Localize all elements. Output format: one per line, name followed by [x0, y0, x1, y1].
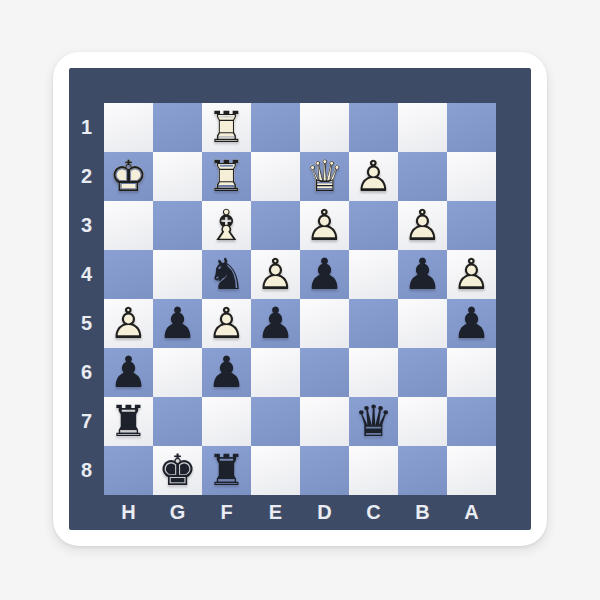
piece-bR-f8[interactable]: ♜ — [202, 446, 251, 495]
white-piece-outline-glyph: ♖ — [202, 152, 251, 201]
square-h4[interactable] — [104, 250, 153, 299]
piece-bP-e5[interactable]: ♟ — [251, 299, 300, 348]
square-g2[interactable] — [153, 152, 202, 201]
square-g5[interactable]: ♟ — [153, 299, 202, 348]
square-c6[interactable] — [349, 348, 398, 397]
file-label-h: H — [104, 495, 153, 530]
file-label-g: G — [153, 495, 202, 530]
white-piece-outline-glyph: ♖ — [202, 103, 251, 152]
piece-wP-d3[interactable]: ♟♙ — [300, 201, 349, 250]
square-g3[interactable] — [153, 201, 202, 250]
square-b2[interactable] — [398, 152, 447, 201]
square-f6[interactable]: ♟ — [202, 348, 251, 397]
piece-bP-b4[interactable]: ♟ — [398, 250, 447, 299]
square-c7[interactable]: ♛ — [349, 397, 398, 446]
square-c8[interactable] — [349, 446, 398, 495]
piece-bR-h7[interactable]: ♜ — [104, 397, 153, 446]
square-h8[interactable] — [104, 446, 153, 495]
rank-labels: 12345678 — [69, 103, 104, 495]
square-h7[interactable]: ♜ — [104, 397, 153, 446]
square-h3[interactable] — [104, 201, 153, 250]
square-a1[interactable] — [447, 103, 496, 152]
rank-label-7: 7 — [69, 397, 104, 446]
file-label-b: B — [398, 495, 447, 530]
piece-bP-g5[interactable]: ♟ — [153, 299, 202, 348]
rank-label-6: 6 — [69, 348, 104, 397]
square-g1[interactable] — [153, 103, 202, 152]
square-d8[interactable] — [300, 446, 349, 495]
square-f5[interactable]: ♟♙ — [202, 299, 251, 348]
square-d2[interactable]: ♛♕ — [300, 152, 349, 201]
square-g7[interactable] — [153, 397, 202, 446]
square-e1[interactable] — [251, 103, 300, 152]
square-a8[interactable] — [447, 446, 496, 495]
square-a4[interactable]: ♟♙ — [447, 250, 496, 299]
white-piece-outline-glyph: ♗ — [202, 201, 251, 250]
file-labels: HGFEDCBA — [104, 495, 496, 530]
piece-wP-h5[interactable]: ♟♙ — [104, 299, 153, 348]
square-a7[interactable] — [447, 397, 496, 446]
square-d5[interactable] — [300, 299, 349, 348]
square-f8[interactable]: ♜ — [202, 446, 251, 495]
rank-label-8: 8 — [69, 446, 104, 495]
square-c5[interactable] — [349, 299, 398, 348]
square-e2[interactable] — [251, 152, 300, 201]
sticker-card: 12345678 ♜♖♚♔♜♖♛♕♟♙♝♗♟♙♟♙♞♟♙♟♟♟♙♟♙♟♟♙♟♟♟… — [53, 52, 547, 546]
piece-wP-a4[interactable]: ♟♙ — [447, 250, 496, 299]
piece-wP-b3[interactable]: ♟♙ — [398, 201, 447, 250]
square-h5[interactable]: ♟♙ — [104, 299, 153, 348]
square-f2[interactable]: ♜♖ — [202, 152, 251, 201]
file-label-f: F — [202, 495, 251, 530]
square-f7[interactable] — [202, 397, 251, 446]
white-piece-outline-glyph: ♙ — [398, 201, 447, 250]
piece-wR-f1[interactable]: ♜♖ — [202, 103, 251, 152]
black-piece-glyph: ♟ — [398, 250, 447, 299]
square-b6[interactable] — [398, 348, 447, 397]
square-e6[interactable] — [251, 348, 300, 397]
black-piece-glyph: ♟ — [300, 250, 349, 299]
piece-bP-h6[interactable]: ♟ — [104, 348, 153, 397]
piece-wK-h2[interactable]: ♚♔ — [104, 152, 153, 201]
black-piece-glyph: ♟ — [202, 348, 251, 397]
white-piece-outline-glyph: ♙ — [447, 250, 496, 299]
square-f1[interactable]: ♜♖ — [202, 103, 251, 152]
square-b4[interactable]: ♟ — [398, 250, 447, 299]
white-piece-outline-glyph: ♔ — [104, 152, 153, 201]
square-g8[interactable]: ♚ — [153, 446, 202, 495]
black-piece-glyph: ♟ — [104, 348, 153, 397]
square-b7[interactable] — [398, 397, 447, 446]
square-d1[interactable] — [300, 103, 349, 152]
square-e7[interactable] — [251, 397, 300, 446]
black-piece-glyph: ♟ — [251, 299, 300, 348]
piece-bQ-c7[interactable]: ♛ — [349, 397, 398, 446]
square-a6[interactable] — [447, 348, 496, 397]
white-piece-outline-glyph: ♙ — [104, 299, 153, 348]
piece-wP-f5[interactable]: ♟♙ — [202, 299, 251, 348]
square-e8[interactable] — [251, 446, 300, 495]
square-h2[interactable]: ♚♔ — [104, 152, 153, 201]
black-piece-glyph: ♟ — [447, 299, 496, 348]
piece-bP-a5[interactable]: ♟ — [447, 299, 496, 348]
rank-label-2: 2 — [69, 152, 104, 201]
piece-wP-c2[interactable]: ♟♙ — [349, 152, 398, 201]
rank-label-5: 5 — [69, 299, 104, 348]
square-b3[interactable]: ♟♙ — [398, 201, 447, 250]
square-c2[interactable]: ♟♙ — [349, 152, 398, 201]
rank-label-4: 4 — [69, 250, 104, 299]
piece-bK-g8[interactable]: ♚ — [153, 446, 202, 495]
square-d3[interactable]: ♟♙ — [300, 201, 349, 250]
piece-bP-f6[interactable]: ♟ — [202, 348, 251, 397]
piece-wB-f3[interactable]: ♝♗ — [202, 201, 251, 250]
square-a3[interactable] — [447, 201, 496, 250]
square-a2[interactable] — [447, 152, 496, 201]
black-piece-glyph: ♛ — [349, 397, 398, 446]
square-f4[interactable]: ♞ — [202, 250, 251, 299]
square-d4[interactable]: ♟ — [300, 250, 349, 299]
white-piece-outline-glyph: ♙ — [349, 152, 398, 201]
square-c1[interactable] — [349, 103, 398, 152]
black-piece-glyph: ♜ — [202, 446, 251, 495]
square-b1[interactable] — [398, 103, 447, 152]
square-a5[interactable]: ♟ — [447, 299, 496, 348]
chess-board: ♜♖♚♔♜♖♛♕♟♙♝♗♟♙♟♙♞♟♙♟♟♟♙♟♙♟♟♙♟♟♟♟♜♛♚♜ — [104, 103, 496, 495]
rank-label-3: 3 — [69, 201, 104, 250]
piece-bN-f4[interactable]: ♞ — [202, 250, 251, 299]
square-d7[interactable] — [300, 397, 349, 446]
square-h1[interactable] — [104, 103, 153, 152]
black-piece-glyph: ♜ — [104, 397, 153, 446]
black-piece-glyph: ♚ — [153, 446, 202, 495]
piece-bP-d4[interactable]: ♟ — [300, 250, 349, 299]
square-g4[interactable] — [153, 250, 202, 299]
square-e3[interactable] — [251, 201, 300, 250]
white-piece-outline-glyph: ♙ — [251, 250, 300, 299]
square-d6[interactable] — [300, 348, 349, 397]
white-piece-outline-glyph: ♙ — [202, 299, 251, 348]
chess-board-frame: 12345678 ♜♖♚♔♜♖♛♕♟♙♝♗♟♙♟♙♞♟♙♟♟♟♙♟♙♟♟♙♟♟♟… — [69, 68, 531, 530]
square-h6[interactable]: ♟ — [104, 348, 153, 397]
rank-label-1: 1 — [69, 103, 104, 152]
file-label-c: C — [349, 495, 398, 530]
square-e5[interactable]: ♟ — [251, 299, 300, 348]
piece-wQ-d2[interactable]: ♛♕ — [300, 152, 349, 201]
square-e4[interactable]: ♟♙ — [251, 250, 300, 299]
white-piece-outline-glyph: ♕ — [300, 152, 349, 201]
piece-wP-e4[interactable]: ♟♙ — [251, 250, 300, 299]
black-piece-glyph: ♞ — [202, 250, 251, 299]
square-b8[interactable] — [398, 446, 447, 495]
file-label-d: D — [300, 495, 349, 530]
piece-wR-f2[interactable]: ♜♖ — [202, 152, 251, 201]
black-piece-glyph: ♟ — [153, 299, 202, 348]
square-c4[interactable] — [349, 250, 398, 299]
square-c3[interactable] — [349, 201, 398, 250]
white-piece-outline-glyph: ♙ — [300, 201, 349, 250]
square-g6[interactable] — [153, 348, 202, 397]
file-label-e: E — [251, 495, 300, 530]
square-b5[interactable] — [398, 299, 447, 348]
square-f3[interactable]: ♝♗ — [202, 201, 251, 250]
file-label-a: A — [447, 495, 496, 530]
